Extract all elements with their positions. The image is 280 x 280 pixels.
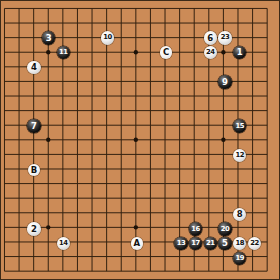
white-stone-2-C4: 2 bbox=[27, 222, 41, 236]
go-board[interactable]: 135791113151617192021246810121418222324A… bbox=[0, 0, 280, 280]
star-point bbox=[221, 50, 225, 54]
black-stone-3-D17: 3 bbox=[42, 31, 56, 45]
black-stone-16-O4: 16 bbox=[189, 222, 203, 236]
star-point bbox=[46, 225, 50, 229]
letter-marker-a-K3: A bbox=[131, 237, 144, 250]
black-stone-13-N3: 13 bbox=[174, 237, 188, 251]
star-point bbox=[134, 50, 138, 54]
white-stone-4-C15: 4 bbox=[27, 61, 41, 75]
white-stone-23-Q17: 23 bbox=[218, 31, 232, 45]
star-point bbox=[46, 138, 50, 142]
black-stone-9-Q14: 9 bbox=[218, 75, 232, 89]
go-diagram: 135791113151617192021246810121418222324A… bbox=[0, 0, 280, 280]
black-stone-7-C11: 7 bbox=[27, 119, 41, 133]
star-point bbox=[221, 138, 225, 142]
white-stone-6-P17: 6 bbox=[204, 31, 218, 45]
star-point bbox=[46, 50, 50, 54]
black-stone-20-Q4: 20 bbox=[218, 222, 232, 236]
star-point bbox=[134, 138, 138, 142]
star-point bbox=[134, 225, 138, 229]
white-stone-10-H17: 10 bbox=[101, 31, 115, 45]
